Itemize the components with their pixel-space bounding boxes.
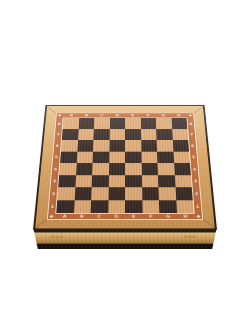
square-d5	[109, 151, 125, 163]
square-a5	[60, 151, 77, 163]
square-b1	[73, 200, 91, 213]
square-h7	[172, 129, 188, 140]
square-h1	[176, 200, 194, 213]
rank-label: 2	[193, 187, 201, 200]
square-f2	[142, 187, 159, 200]
file-label: B	[79, 113, 95, 117]
square-g1	[159, 200, 177, 213]
square-c7	[93, 129, 109, 140]
square-a2	[57, 187, 75, 200]
rank-label: 7	[55, 129, 62, 140]
rank-label: 4	[191, 163, 199, 175]
brass-latch-right	[184, 233, 196, 239]
square-e4	[125, 163, 141, 175]
square-b2	[74, 187, 91, 200]
square-f1	[142, 200, 159, 213]
brass-latch-left	[51, 233, 63, 239]
square-b7	[78, 129, 94, 140]
square-a4	[59, 163, 76, 175]
square-a1	[56, 200, 74, 213]
square-b3	[75, 175, 92, 187]
frame-miter	[193, 106, 203, 114]
square-e5	[125, 151, 141, 163]
square-e3	[125, 175, 142, 187]
square-g5	[157, 151, 174, 163]
file-label: D	[108, 214, 125, 219]
square-d8	[109, 118, 125, 129]
file-label: F	[140, 113, 155, 117]
square-d7	[109, 129, 125, 140]
product-photo: ABCDEFGH ABCDEFGH 87654321 87654321	[0, 0, 246, 328]
file-label: D	[110, 113, 125, 117]
square-f5	[141, 151, 157, 163]
frame-miter	[35, 219, 48, 229]
square-c1	[91, 200, 108, 213]
file-label: E	[125, 113, 140, 117]
square-d1	[108, 200, 125, 213]
square-g7	[156, 129, 172, 140]
file-label: C	[90, 214, 107, 219]
square-c6	[93, 140, 109, 151]
square-b4	[76, 163, 93, 175]
square-h8	[171, 118, 187, 129]
square-e8	[125, 118, 141, 129]
square-b6	[77, 140, 93, 151]
file-labels-top: ABCDEFGH	[64, 113, 187, 117]
square-d4	[109, 163, 125, 175]
square-b5	[76, 151, 93, 163]
square-g2	[158, 187, 175, 200]
rank-label: 3	[51, 175, 59, 187]
rank-label: 6	[54, 140, 61, 151]
file-label: B	[73, 214, 90, 219]
square-c5	[93, 151, 109, 163]
square-a8	[63, 118, 79, 129]
square-b8	[78, 118, 94, 129]
square-e1	[125, 200, 142, 213]
rank-label: 3	[192, 175, 200, 187]
square-e6	[125, 140, 141, 151]
file-label: A	[64, 113, 80, 117]
square-f3	[141, 175, 158, 187]
square-c3	[92, 175, 109, 187]
square-f6	[141, 140, 157, 151]
square-h6	[172, 140, 189, 151]
square-a6	[61, 140, 78, 151]
square-e2	[125, 187, 142, 200]
square-d6	[109, 140, 125, 151]
rank-label: 1	[48, 200, 56, 213]
file-label: G	[156, 113, 172, 117]
square-f4	[141, 163, 158, 175]
square-a3	[58, 175, 75, 187]
square-g4	[157, 163, 174, 175]
file-label: A	[56, 214, 74, 219]
file-labels-bottom: ABCDEFGH	[56, 214, 194, 219]
square-g3	[158, 175, 175, 187]
square-f8	[140, 118, 156, 129]
square-f7	[141, 129, 157, 140]
frame-miter	[202, 219, 215, 229]
file-label: F	[142, 214, 159, 219]
square-h4	[174, 163, 191, 175]
square-e7	[125, 129, 141, 140]
rank-label: 5	[190, 151, 197, 163]
rank-label: 2	[50, 187, 58, 200]
file-label: G	[159, 214, 176, 219]
box-front	[33, 230, 217, 249]
square-c8	[94, 118, 110, 129]
rank-label: 6	[189, 140, 196, 151]
rank-label: 1	[194, 200, 202, 213]
square-d2	[108, 187, 125, 200]
file-label: C	[94, 113, 109, 117]
rank-label: 5	[53, 151, 60, 163]
file-label: H	[171, 113, 187, 117]
square-c4	[92, 163, 109, 175]
squares-grid	[56, 118, 193, 213]
rank-label: 4	[52, 163, 60, 175]
rank-label: 8	[187, 118, 194, 129]
chess-board: ABCDEFGH ABCDEFGH 87654321 87654321	[33, 105, 217, 230]
square-g8	[156, 118, 172, 129]
square-a7	[62, 129, 78, 140]
rank-label: 7	[188, 129, 195, 140]
square-h3	[174, 175, 191, 187]
square-g6	[157, 140, 173, 151]
square-h2	[175, 187, 193, 200]
square-c2	[91, 187, 108, 200]
file-label: H	[177, 214, 195, 219]
square-h5	[173, 151, 190, 163]
file-label: E	[125, 214, 142, 219]
square-d3	[108, 175, 125, 187]
rank-label: 8	[56, 118, 63, 129]
